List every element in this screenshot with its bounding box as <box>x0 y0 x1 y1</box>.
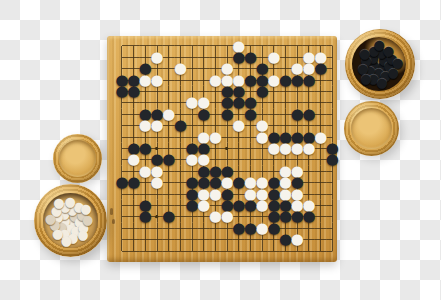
bowl-black-stone: ● <box>376 75 387 88</box>
board-cell[interactable] <box>315 223 327 234</box>
board-cell[interactable] <box>128 200 140 211</box>
board-cell[interactable]: ● <box>221 109 233 120</box>
board-cell[interactable] <box>315 154 327 165</box>
board-cell[interactable]: ● <box>268 223 280 234</box>
board-cell[interactable]: ● <box>140 166 152 177</box>
white-stone: ● <box>151 72 164 87</box>
board-cell[interactable] <box>327 177 339 188</box>
board-cell[interactable]: ● <box>245 74 257 85</box>
board-cell[interactable]: ● <box>163 109 175 120</box>
black-stone: ● <box>326 152 339 167</box>
board-cell[interactable] <box>175 143 187 154</box>
board-cell[interactable]: ● <box>256 223 268 234</box>
board-cell[interactable]: ● <box>303 143 315 154</box>
board-cell[interactable] <box>151 223 163 234</box>
board-cell[interactable] <box>163 177 175 188</box>
board-cell[interactable] <box>116 40 128 51</box>
board-cell[interactable] <box>327 188 339 199</box>
board-cell[interactable] <box>128 245 140 256</box>
board-cell[interactable]: ● <box>268 52 280 63</box>
board-cell[interactable]: ● <box>210 131 222 142</box>
board-cell[interactable] <box>327 245 339 256</box>
board-cell[interactable]: ● <box>280 143 292 154</box>
board-cell[interactable]: ● <box>256 86 268 97</box>
white-stone: ● <box>151 49 164 64</box>
board-cell[interactable] <box>198 223 210 234</box>
bowl-black-stone: ● <box>359 46 370 59</box>
board-cell[interactable] <box>210 40 222 51</box>
board-cell[interactable]: ● <box>175 63 187 74</box>
board-cell[interactable] <box>186 74 198 85</box>
board-cell[interactable] <box>315 97 327 108</box>
board-cell[interactable]: ● <box>315 63 327 74</box>
board-cell[interactable] <box>256 154 268 165</box>
board-cell[interactable]: ● <box>140 120 152 131</box>
board-cell[interactable]: ● <box>116 86 128 97</box>
board-cell[interactable] <box>116 234 128 245</box>
board-cell[interactable] <box>163 86 175 97</box>
board-cell[interactable] <box>210 245 222 256</box>
board-cell[interactable] <box>128 40 140 51</box>
board-cell[interactable] <box>140 40 152 51</box>
board-cell[interactable] <box>221 245 233 256</box>
board-cell[interactable] <box>245 143 257 154</box>
board-cell[interactable]: ● <box>233 223 245 234</box>
board-cell[interactable] <box>163 40 175 51</box>
bowl-white-stone: ● <box>64 195 75 208</box>
white-bowl-opening: ●●●●●●●●●●●●●●●●●●●●●●●●●● <box>43 193 98 248</box>
board-cell[interactable] <box>315 245 327 256</box>
white-stone: ● <box>267 49 280 64</box>
board-cell[interactable]: ● <box>245 52 257 63</box>
board-cell[interactable]: ● <box>233 52 245 63</box>
board-cell[interactable]: ● <box>233 177 245 188</box>
board-cell[interactable] <box>140 245 152 256</box>
board-cell[interactable] <box>175 188 187 199</box>
board-cell[interactable] <box>280 40 292 51</box>
go-board: ●●●●●●●●●●●●●●●●●●●●●●●●●●●●●●●●●●●●●●●●… <box>107 36 337 262</box>
board-cell[interactable] <box>327 63 339 74</box>
board-cell[interactable] <box>116 154 128 165</box>
board-cell[interactable]: ● <box>280 74 292 85</box>
board-cell[interactable] <box>116 52 128 63</box>
board-cell[interactable] <box>175 223 187 234</box>
board-cell[interactable]: ● <box>186 154 198 165</box>
board-cell[interactable] <box>116 245 128 256</box>
black-stone: ● <box>127 84 140 99</box>
board-cell[interactable]: ● <box>151 74 163 85</box>
board-cell[interactable] <box>327 52 339 63</box>
black-stone: ● <box>256 84 269 99</box>
board-cell[interactable]: ● <box>140 74 152 85</box>
bowl-white-stone: ● <box>77 228 88 241</box>
board-cell[interactable]: ● <box>291 143 303 154</box>
wood-knot <box>110 208 113 215</box>
board-cell[interactable] <box>151 211 163 222</box>
board-cell[interactable] <box>327 234 339 245</box>
board-cell[interactable]: ● <box>327 154 339 165</box>
board-cell[interactable] <box>315 200 327 211</box>
board-cell[interactable] <box>163 131 175 142</box>
board-cell[interactable] <box>327 211 339 222</box>
board-cell[interactable]: ● <box>233 120 245 131</box>
board-cell[interactable]: ● <box>256 131 268 142</box>
board-cell[interactable] <box>198 234 210 245</box>
board-cell[interactable] <box>198 40 210 51</box>
black-stone: ● <box>302 106 315 121</box>
board-cell[interactable]: ● <box>116 177 128 188</box>
board-cell[interactable]: ● <box>303 74 315 85</box>
board-cell[interactable] <box>221 131 233 142</box>
board-cell[interactable] <box>221 143 233 154</box>
board-cell[interactable] <box>186 223 198 234</box>
board-cell[interactable] <box>315 177 327 188</box>
white-stone: ● <box>302 141 315 156</box>
board-cell[interactable] <box>327 120 339 131</box>
board-cell[interactable] <box>315 234 327 245</box>
board-cell[interactable] <box>116 131 128 142</box>
board-cell[interactable]: ● <box>128 154 140 165</box>
board-cell[interactable]: ● <box>233 200 245 211</box>
board-cell[interactable] <box>303 166 315 177</box>
board-cell[interactable] <box>327 40 339 51</box>
board-cell[interactable] <box>186 234 198 245</box>
board-cell[interactable] <box>327 200 339 211</box>
board-cell[interactable] <box>198 52 210 63</box>
board-cell[interactable]: ● <box>245 223 257 234</box>
board-cell[interactable] <box>198 74 210 85</box>
board-cell[interactable] <box>315 188 327 199</box>
board-cell[interactable]: ● <box>186 200 198 211</box>
board-cell[interactable] <box>128 52 140 63</box>
board-cell[interactable]: ● <box>303 211 315 222</box>
board-cell[interactable] <box>210 97 222 108</box>
board-cell[interactable]: ● <box>291 74 303 85</box>
board-cell[interactable] <box>303 234 315 245</box>
board-cell[interactable] <box>163 234 175 245</box>
board-cell[interactable] <box>151 234 163 245</box>
board-cell[interactable]: ● <box>186 97 198 108</box>
board-cell[interactable] <box>210 109 222 120</box>
board-cell[interactable] <box>163 63 175 74</box>
board-cell[interactable]: ● <box>256 200 268 211</box>
board-cell[interactable] <box>151 245 163 256</box>
board-cell[interactable] <box>256 245 268 256</box>
board-cell[interactable]: ● <box>151 120 163 131</box>
board-cell[interactable] <box>256 40 268 51</box>
board-cell[interactable] <box>233 154 245 165</box>
board-cell[interactable]: ● <box>268 143 280 154</box>
bowl-black-stone: ● <box>373 38 384 51</box>
left-lid-inner <box>59 140 96 177</box>
bowl-black-stone: ● <box>360 72 371 85</box>
board-cell[interactable] <box>116 120 128 131</box>
board-cell[interactable]: ● <box>210 188 222 199</box>
board-cell[interactable]: ● <box>175 120 187 131</box>
board-cell[interactable]: ● <box>198 109 210 120</box>
white-stone: ● <box>151 118 164 133</box>
board-cell[interactable] <box>116 223 128 234</box>
board-cell[interactable]: ● <box>221 211 233 222</box>
board-cell[interactable] <box>268 109 280 120</box>
black-stone-bowl: ●●●●●●●●●●●●●●●●●●●●● <box>345 29 415 99</box>
board-cell[interactable]: ● <box>128 86 140 97</box>
board-cell[interactable]: ● <box>245 200 257 211</box>
black-stone: ● <box>174 118 187 133</box>
black-stone: ● <box>162 152 175 167</box>
left-lid <box>53 134 102 183</box>
board-cell[interactable] <box>303 177 315 188</box>
black-bowl-opening: ●●●●●●●●●●●●●●●●●●●●● <box>352 37 406 91</box>
board-cell[interactable] <box>198 245 210 256</box>
board-cell[interactable] <box>280 52 292 63</box>
board-cell[interactable]: ● <box>140 211 152 222</box>
board-cell[interactable] <box>175 177 187 188</box>
board-cell[interactable] <box>116 109 128 120</box>
board-cell[interactable] <box>140 234 152 245</box>
board-cell[interactable]: ● <box>198 200 210 211</box>
black-stone: ● <box>127 175 140 190</box>
black-stone: ● <box>139 209 152 224</box>
board-cell[interactable]: ● <box>303 109 315 120</box>
black-stone: ● <box>314 61 327 76</box>
board-cell[interactable] <box>210 52 222 63</box>
board-cell[interactable]: ● <box>151 177 163 188</box>
board-cell[interactable]: ● <box>280 234 292 245</box>
board-cell[interactable] <box>163 188 175 199</box>
board-cell[interactable] <box>291 40 303 51</box>
board-cell[interactable] <box>233 245 245 256</box>
board-cell[interactable] <box>186 52 198 63</box>
wood-knot <box>112 219 115 224</box>
board-cell[interactable] <box>175 97 187 108</box>
board-cell[interactable]: ● <box>163 211 175 222</box>
board-cell[interactable] <box>128 211 140 222</box>
board-cell[interactable] <box>116 143 128 154</box>
board-cell[interactable] <box>175 234 187 245</box>
board-cell[interactable] <box>128 109 140 120</box>
board-cell[interactable] <box>175 154 187 165</box>
board-cell[interactable]: ● <box>210 211 222 222</box>
board-cell[interactable]: ● <box>291 234 303 245</box>
white-stone: ● <box>232 118 245 133</box>
black-stone: ● <box>197 106 210 121</box>
board-cell[interactable] <box>175 40 187 51</box>
board-cell[interactable] <box>116 200 128 211</box>
white-stone-bowl: ●●●●●●●●●●●●●●●●●●●●●●●●●● <box>34 184 107 257</box>
bowl-white-stone: ● <box>53 196 64 209</box>
board-cell[interactable]: ● <box>245 109 257 120</box>
board-cell[interactable] <box>327 223 339 234</box>
bowl-white-stone: ● <box>80 201 91 214</box>
white-stone: ● <box>174 61 187 76</box>
board-cell[interactable] <box>280 109 292 120</box>
board-cell[interactable] <box>245 245 257 256</box>
board-cell[interactable] <box>303 245 315 256</box>
board-cell[interactable] <box>198 63 210 74</box>
board-cell[interactable] <box>210 234 222 245</box>
board-cell[interactable] <box>245 131 257 142</box>
board-cell[interactable]: ● <box>233 97 245 108</box>
board-cell[interactable] <box>128 234 140 245</box>
board-cell[interactable]: ● <box>291 211 303 222</box>
board-cell[interactable] <box>175 211 187 222</box>
board-cell[interactable] <box>315 166 327 177</box>
board-cell[interactable] <box>327 97 339 108</box>
board-cell[interactable] <box>128 223 140 234</box>
black-stone: ● <box>302 72 315 87</box>
board-cell[interactable] <box>175 86 187 97</box>
board-cell[interactable] <box>233 143 245 154</box>
board-cell[interactable]: ● <box>210 74 222 85</box>
board-cell[interactable] <box>268 245 280 256</box>
bowl-white-stone: ● <box>61 234 72 247</box>
black-stone: ● <box>162 209 175 224</box>
board-cell[interactable] <box>175 166 187 177</box>
board-cell[interactable]: ● <box>268 74 280 85</box>
white-stone: ● <box>291 232 304 247</box>
white-stone: ● <box>209 129 222 144</box>
right-lid-inner <box>351 108 393 150</box>
board-cell[interactable] <box>221 234 233 245</box>
board-cell[interactable] <box>186 63 198 74</box>
board-cell[interactable] <box>163 245 175 256</box>
photo-canvas: ●●●●●●●●●●●●●●●●●●●●●●●●●●●●●●●●●●●●●●●●… <box>0 0 441 300</box>
board-cell[interactable]: ● <box>151 52 163 63</box>
board-cell[interactable]: ● <box>291 109 303 120</box>
board-cell[interactable] <box>128 120 140 131</box>
board-cell[interactable] <box>315 211 327 222</box>
board-cell[interactable] <box>175 200 187 211</box>
board-cell[interactable] <box>221 40 233 51</box>
board-cell[interactable] <box>186 120 198 131</box>
board-cell[interactable] <box>327 86 339 97</box>
board-cell[interactable]: ● <box>140 143 152 154</box>
board-cell[interactable] <box>186 40 198 51</box>
board-cell[interactable] <box>268 97 280 108</box>
board-cell[interactable] <box>315 109 327 120</box>
board-cell[interactable] <box>245 154 257 165</box>
board-cell[interactable]: ● <box>315 131 327 142</box>
board-cell[interactable]: ● <box>280 211 292 222</box>
board-cell[interactable] <box>116 211 128 222</box>
board-cell[interactable]: ● <box>163 154 175 165</box>
board-cell[interactable] <box>175 245 187 256</box>
white-stone: ● <box>151 175 164 190</box>
board-cell[interactable] <box>151 200 163 211</box>
black-stone: ● <box>302 209 315 224</box>
bowl-white-stone: ● <box>45 212 56 225</box>
board-cell[interactable]: ● <box>128 177 140 188</box>
board-cell[interactable] <box>163 74 175 85</box>
board-cell[interactable] <box>280 97 292 108</box>
board-grid: ●●●●●●●●●●●●●●●●●●●●●●●●●●●●●●●●●●●●●●●●… <box>116 40 338 256</box>
board-cell[interactable] <box>315 86 327 97</box>
board-cell[interactable] <box>163 52 175 63</box>
board-cell[interactable] <box>327 74 339 85</box>
right-lid <box>344 101 399 156</box>
bowl-black-stone: ● <box>392 56 403 69</box>
board-cell[interactable] <box>327 109 339 120</box>
board-cell[interactable] <box>186 245 198 256</box>
